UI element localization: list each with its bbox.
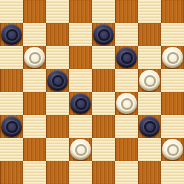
dark-square[interactable]: [23, 46, 46, 69]
light-square: [161, 115, 184, 138]
light-square: [23, 115, 46, 138]
dark-square[interactable]: [46, 115, 69, 138]
dark-square[interactable]: [138, 161, 161, 184]
piece-ring: [75, 144, 87, 156]
light-square: [161, 161, 184, 184]
dark-square[interactable]: [92, 161, 115, 184]
black-man[interactable]: [139, 116, 160, 137]
light-square: [69, 23, 92, 46]
light-square: [69, 161, 92, 184]
light-square: [138, 138, 161, 161]
dark-square[interactable]: [69, 92, 92, 115]
dark-square[interactable]: [138, 23, 161, 46]
dark-square[interactable]: [0, 115, 23, 138]
piece-ring: [75, 98, 87, 110]
dark-square[interactable]: [46, 23, 69, 46]
white-man[interactable]: [116, 93, 137, 114]
dark-square[interactable]: [69, 0, 92, 23]
light-square: [46, 0, 69, 23]
light-square: [115, 161, 138, 184]
piece-ring: [144, 121, 156, 133]
white-man[interactable]: [162, 47, 183, 68]
light-square: [92, 92, 115, 115]
dark-square[interactable]: [115, 138, 138, 161]
dark-square[interactable]: [92, 69, 115, 92]
dark-square[interactable]: [161, 138, 184, 161]
checkers-board: [0, 0, 184, 184]
dark-square[interactable]: [23, 138, 46, 161]
light-square: [138, 92, 161, 115]
light-square: [0, 92, 23, 115]
light-square: [69, 115, 92, 138]
piece-ring: [29, 52, 41, 64]
dark-square[interactable]: [46, 69, 69, 92]
light-square: [161, 69, 184, 92]
piece-ring: [167, 52, 179, 64]
light-square: [161, 23, 184, 46]
dark-square[interactable]: [161, 92, 184, 115]
dark-square[interactable]: [0, 69, 23, 92]
dark-square[interactable]: [138, 69, 161, 92]
light-square: [23, 69, 46, 92]
light-square: [69, 69, 92, 92]
dark-square[interactable]: [161, 46, 184, 69]
dark-square[interactable]: [115, 92, 138, 115]
light-square: [0, 46, 23, 69]
piece-ring: [121, 98, 133, 110]
dark-square[interactable]: [23, 0, 46, 23]
white-man[interactable]: [70, 139, 91, 160]
dark-square[interactable]: [69, 138, 92, 161]
dark-square[interactable]: [115, 0, 138, 23]
piece-ring: [52, 75, 64, 87]
light-square: [92, 46, 115, 69]
dark-square[interactable]: [92, 23, 115, 46]
piece-ring: [6, 29, 18, 41]
black-man[interactable]: [70, 93, 91, 114]
black-man[interactable]: [1, 116, 22, 137]
light-square: [92, 138, 115, 161]
light-square: [0, 138, 23, 161]
white-man[interactable]: [162, 139, 183, 160]
light-square: [46, 46, 69, 69]
dark-square[interactable]: [46, 161, 69, 184]
light-square: [115, 115, 138, 138]
light-square: [138, 0, 161, 23]
light-square: [115, 23, 138, 46]
dark-square[interactable]: [92, 115, 115, 138]
dark-square[interactable]: [23, 92, 46, 115]
light-square: [46, 138, 69, 161]
dark-square[interactable]: [161, 0, 184, 23]
piece-ring: [121, 52, 133, 64]
black-man[interactable]: [93, 24, 114, 45]
white-man[interactable]: [139, 70, 160, 91]
black-man[interactable]: [116, 47, 137, 68]
dark-square[interactable]: [0, 23, 23, 46]
light-square: [23, 23, 46, 46]
piece-ring: [98, 29, 110, 41]
black-man[interactable]: [1, 24, 22, 45]
light-square: [138, 46, 161, 69]
dark-square[interactable]: [115, 46, 138, 69]
light-square: [92, 0, 115, 23]
light-square: [23, 161, 46, 184]
light-square: [115, 69, 138, 92]
piece-ring: [6, 121, 18, 133]
dark-square[interactable]: [69, 46, 92, 69]
light-square: [46, 92, 69, 115]
piece-ring: [144, 75, 156, 87]
light-square: [0, 0, 23, 23]
dark-square[interactable]: [0, 161, 23, 184]
white-man[interactable]: [24, 47, 45, 68]
black-man[interactable]: [47, 70, 68, 91]
piece-ring: [167, 144, 179, 156]
dark-square[interactable]: [138, 115, 161, 138]
